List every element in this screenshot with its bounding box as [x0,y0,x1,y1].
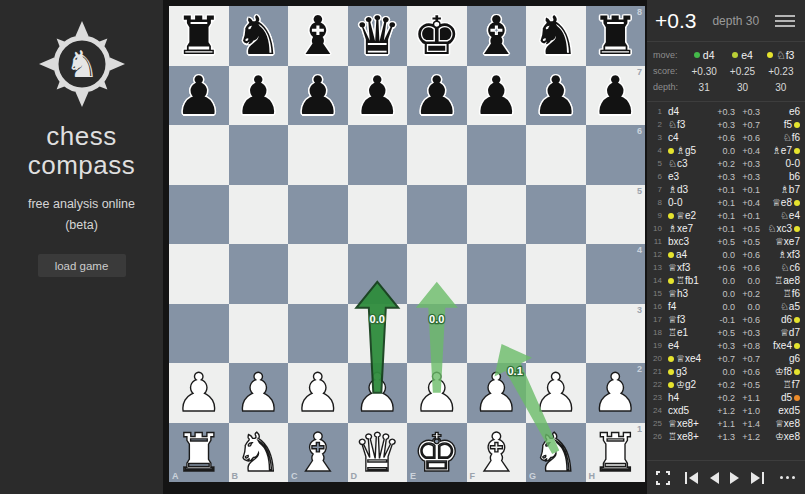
white-bishop-piece[interactable]: ♝ [294,426,342,479]
square-h8[interactable]: ♜8 [586,6,646,66]
white-move[interactable]: ♖e1 [664,327,710,338]
square-c8[interactable]: ♝ [288,6,348,66]
candidate-depth-3: 30 [762,82,800,93]
square-e2[interactable]: ♟ [407,363,467,423]
black-rook-piece[interactable]: ♜ [591,9,639,62]
square-e3[interactable] [407,304,467,364]
white-move[interactable]: cxd5 [664,405,710,416]
square-f1[interactable]: ♝F [467,423,527,483]
white-move[interactable]: ♕xe8+ [664,418,710,429]
move-row-14: 14♖fb10.00.0♖ae8 [652,274,800,287]
sidebar: ♞ chess compass free analysis online (be… [0,0,163,494]
white-move[interactable]: ♗xe7 [664,223,710,234]
rank-label: 6 [637,126,642,136]
skip-to-end-button[interactable] [751,472,764,484]
eval-dot-icon [668,252,674,258]
eval-black: +0.6 [735,315,760,325]
white-move[interactable]: bxc3 [664,236,710,247]
move-number: 2 [652,120,664,129]
chess-board[interactable]: ♜♞♝♛♚♝♞♜8♟♟♟♟♟♟♟♟76543♟♟♟♟♟♟♟♟2♜A♞B♝C♛D♚… [169,6,645,482]
square-h6[interactable]: 6 [586,125,646,185]
white-pawn-piece[interactable]: ♟ [532,366,580,419]
move-row-8: 80-0+0.1+0.4♕e8 [652,196,800,209]
square-d3[interactable] [348,304,408,364]
eval-black: +0.7 [735,354,760,364]
load-game-button[interactable]: load game [38,254,126,277]
move-number: 25 [652,419,664,428]
eval-dot-icon [794,343,800,349]
square-g1[interactable]: ♞G [526,423,586,483]
square-h7[interactable]: ♟7 [586,66,646,126]
candidate-move-2[interactable]: e4 [723,49,761,61]
white-move[interactable]: e4 [664,340,710,351]
move-row-20: 20♕xe4+0.7+0.7g6 [652,352,800,365]
square-c4[interactable] [288,244,348,304]
square-d5[interactable] [348,185,408,245]
white-move[interactable]: g3 [664,366,710,377]
black-knight-piece[interactable]: ♞ [532,9,580,62]
square-b2[interactable]: ♟ [229,363,289,423]
black-move[interactable]: ♖f7 [760,379,800,390]
move-row-18: 18♖e1+0.5+0.3♕d7 [652,326,800,339]
black-rook-piece[interactable]: ♜ [175,9,223,62]
move-number: 13 [652,263,664,272]
eval-dot-icon [794,226,800,232]
square-c7[interactable]: ♟ [288,66,348,126]
eval-black: +1.2 [735,432,760,442]
white-move[interactable]: ♘c3 [664,158,710,169]
white-move[interactable]: d4 [664,106,710,117]
eval-white: +0.1 [710,211,735,221]
compass-knight-logo-icon: ♞ [34,16,130,112]
eval-dot-icon [694,52,700,58]
square-d6[interactable] [348,125,408,185]
white-move[interactable]: ♘f3 [664,119,710,130]
black-move[interactable]: d5 [760,392,800,403]
move-number: 17 [652,315,664,324]
square-b5[interactable] [229,185,289,245]
eval-black: +0.8 [735,341,760,351]
white-move[interactable]: ♕f3 [664,314,710,325]
eval-dot-icon [794,122,800,128]
fullscreen-button[interactable] [656,471,670,485]
eval-dot-icon [794,148,800,154]
black-move[interactable]: ♔f8 [760,366,800,377]
eval-black: +0.1 [735,211,760,221]
eval-white: +1.1 [710,419,735,429]
square-f2[interactable]: ♟ [467,363,527,423]
move-row-21: 21g30.0+0.6♔f8 [652,365,800,378]
candidate-depth-1: 31 [685,82,723,93]
square-a6[interactable] [169,125,229,185]
eval-dot-icon [668,148,674,154]
black-move[interactable]: exd5 [760,405,800,416]
square-b1[interactable]: ♞B [229,423,289,483]
eval-dot-icon [668,213,674,219]
eval-black: +0.1 [735,185,760,195]
square-c2[interactable]: ♟ [288,363,348,423]
move-list[interactable]: 1d4+0.3+0.3e62♘f3+0.3+0.7f53c4+0.6+0.6♘f… [647,102,805,460]
eval-white: -0.1 [710,315,735,325]
square-b8[interactable]: ♞ [229,6,289,66]
eval-white: +0.2 [710,159,735,169]
black-move[interactable]: d6 [760,314,800,325]
candidate-row-move: move:d4e4♘f3 [653,47,800,63]
move-number: 14 [652,276,664,285]
black-move[interactable]: ♔xe8 [760,431,800,442]
candidate-score-1: +0.30 [685,66,723,77]
square-c1[interactable]: ♝C [288,423,348,483]
black-pawn-piece[interactable]: ♟ [234,69,282,122]
black-pawn-piece[interactable]: ♟ [413,69,461,122]
depth-label: depth 30 [696,14,775,28]
eval-black: +1.4 [735,419,760,429]
move-number: 26 [652,432,664,441]
move-number: 24 [652,406,664,415]
square-e4[interactable] [407,244,467,304]
square-f5[interactable] [467,185,527,245]
white-move[interactable]: ♗g5 [664,145,710,156]
eval-black: 0.0 [735,276,760,286]
square-c6[interactable] [288,125,348,185]
black-bishop-piece[interactable]: ♝ [472,9,520,62]
white-pawn-piece[interactable]: ♟ [591,366,639,419]
white-queen-piece[interactable]: ♛ [353,426,401,479]
square-h1[interactable]: ♜H1 [586,423,646,483]
white-pawn-piece[interactable]: ♟ [294,366,342,419]
move-row-23: 23h4+0.2+1.1d5 [652,391,800,404]
move-row-24: 24cxd5+1.2+1.0exd5 [652,404,800,417]
square-g6[interactable] [526,125,586,185]
eval-black: +0.6 [735,263,760,273]
move-row-19: 19e4+0.3+0.8fxe4 [652,339,800,352]
square-h3[interactable]: 3 [586,304,646,364]
playback-controls [647,460,805,494]
square-d4[interactable] [348,244,408,304]
eval-white: +0.6 [710,133,735,143]
square-f6[interactable] [467,125,527,185]
more-options-button[interactable] [778,476,796,479]
white-move[interactable]: ♕xf3 [664,262,710,273]
rank-label: 5 [637,186,642,196]
move-row-5: 5♘c3+0.2+0.30-0 [652,157,800,170]
square-e1[interactable]: ♚E [407,423,467,483]
eval-white: +0.5 [710,328,735,338]
black-move[interactable]: ♗b7 [760,184,800,195]
white-pawn-piece[interactable]: ♟ [234,366,282,419]
black-move[interactable]: ♗e7 [760,145,800,156]
black-king-piece[interactable]: ♚ [413,9,461,62]
white-pawn-piece[interactable]: ♟ [175,366,223,419]
eval-black: +0.7 [735,120,760,130]
candidate-score-2: +0.25 [723,66,761,77]
black-move[interactable]: ♘a5 [760,301,800,312]
square-g2[interactable]: ♟ [526,363,586,423]
square-e5[interactable] [407,185,467,245]
nav-buttons [685,472,764,484]
square-e6[interactable] [407,125,467,185]
square-a8[interactable]: ♜ [169,6,229,66]
square-g4[interactable] [526,244,586,304]
square-b7[interactable]: ♟ [229,66,289,126]
black-move[interactable]: ♘xc3 [760,223,800,234]
eval-dot-icon [794,200,800,206]
square-g8[interactable]: ♞ [526,6,586,66]
square-f4[interactable] [467,244,527,304]
square-h2[interactable]: ♟2 [586,363,646,423]
move-row-1: 1d4+0.3+0.3e6 [652,105,800,118]
square-d1[interactable]: ♛D [348,423,408,483]
square-c3[interactable] [288,304,348,364]
white-move[interactable]: 0-0 [664,197,710,208]
square-a3[interactable] [169,304,229,364]
square-f3[interactable] [467,304,527,364]
white-rook-piece[interactable]: ♜ [175,426,223,479]
move-number: 21 [652,367,664,376]
square-b3[interactable] [229,304,289,364]
eval-black: +0.5 [735,224,760,234]
eval-black: +0.6 [735,133,760,143]
eval-black: +0.5 [735,380,760,390]
square-a5[interactable] [169,185,229,245]
square-b6[interactable] [229,125,289,185]
tagline: free analysis online [28,197,135,211]
move-number: 22 [652,380,664,389]
square-c5[interactable] [288,185,348,245]
black-pawn-piece[interactable]: ♟ [294,69,342,122]
eval-white: 0.0 [710,250,735,260]
white-bishop-piece[interactable]: ♝ [472,426,520,479]
square-e8[interactable]: ♚ [407,6,467,66]
move-number: 10 [652,224,664,233]
move-number: 9 [652,211,664,220]
black-move[interactable]: ♘e4 [760,210,800,221]
square-a2[interactable]: ♟ [169,363,229,423]
black-pawn-piece[interactable]: ♟ [353,69,401,122]
move-number: 15 [652,289,664,298]
move-row-16: 16f40.00.0♘a5 [652,300,800,313]
eval-black: 0.0 [735,302,760,312]
move-row-13: 13♕xf3+0.6+0.6♘c6 [652,261,800,274]
white-rook-piece[interactable]: ♜ [591,426,639,479]
eval-dot-icon [668,382,674,388]
move-row-6: 6e3+0.3+0.3b6 [652,170,800,183]
candidate-row-score: score:+0.30+0.25+0.23 [653,63,800,79]
square-d7[interactable]: ♟ [348,66,408,126]
skip-to-start-button[interactable] [685,472,698,484]
square-h5[interactable]: 5 [586,185,646,245]
menu-icon[interactable] [775,12,795,30]
black-move[interactable]: f5 [760,119,800,130]
move-number: 6 [652,172,664,181]
move-row-17: 17♕f3-0.1+0.6d6 [652,313,800,326]
black-knight-piece[interactable]: ♞ [234,9,282,62]
candidate-depth-2: 30 [723,82,761,93]
white-move[interactable]: ♖fb1 [664,275,710,286]
previous-move-button[interactable] [709,472,719,484]
eval-black: +0.4 [735,146,760,156]
white-move[interactable]: ♗d3 [664,184,710,195]
black-move[interactable]: fxe4 [760,340,800,351]
move-number: 8 [652,198,664,207]
black-queen-piece[interactable]: ♛ [353,9,401,62]
black-pawn-piece[interactable]: ♟ [472,69,520,122]
square-d2[interactable]: ♟ [348,363,408,423]
move-number: 11 [652,237,664,246]
move-row-4: 4♗g50.0+0.4♗e7 [652,144,800,157]
white-pawn-piece[interactable]: ♟ [353,366,401,419]
eval-black: +0.6 [735,250,760,260]
move-row-12: 12a40.0+0.6♗xf3 [652,248,800,261]
square-g7[interactable]: ♟ [526,66,586,126]
black-move[interactable]: ♘c6 [760,262,800,273]
move-row-26: 26♖xe8++1.3+1.2♔xe8 [652,430,800,443]
move-row-25: 25♕xe8++1.1+1.4♕xe8 [652,417,800,430]
black-move[interactable]: ♖ae8 [760,275,800,286]
move-number: 4 [652,146,664,155]
eval-white: +0.3 [710,120,735,130]
eval-dot-icon [732,52,738,58]
black-move[interactable]: e6 [760,106,800,117]
white-move[interactable]: c4 [664,132,710,143]
black-move[interactable]: ♗xf3 [760,249,800,260]
eval-white: +0.1 [710,198,735,208]
move-row-9: 9♕e2+0.1+0.1♘e4 [652,209,800,222]
candidate-row-depth: depth:313030 [653,79,800,95]
candidate-row-label: depth: [653,82,685,92]
eval-white: +0.2 [710,380,735,390]
eval-white: +0.1 [710,224,735,234]
move-row-11: 11bxc3+0.5+0.5♕xe7 [652,235,800,248]
black-move[interactable]: ♕e8 [760,197,800,208]
eval-dot-icon [794,317,800,323]
eval-black: +0.3 [735,107,760,117]
white-move[interactable]: a4 [664,249,710,260]
white-pawn-piece[interactable]: ♟ [413,366,461,419]
black-move[interactable]: g6 [760,353,800,364]
rank-label: 3 [637,305,642,315]
eval-white: 0.0 [710,367,735,377]
next-move-button[interactable] [730,472,740,484]
eval-dot-icon [668,356,674,362]
square-f7[interactable]: ♟ [467,66,527,126]
move-row-3: 3c4+0.6+0.6♘f6 [652,131,800,144]
rank-label: 4 [637,245,642,255]
board-area: ♜♞♝♛♚♝♞♜8♟♟♟♟♟♟♟♟76543♟♟♟♟♟♟♟♟2♜A♞B♝C♛D♚… [163,0,647,494]
move-row-22: 22♔g2+0.2+0.5♖f7 [652,378,800,391]
black-move[interactable]: b6 [760,171,800,182]
eval-black: +0.3 [735,328,760,338]
eval-white: +0.1 [710,185,735,195]
black-move[interactable]: 0-0 [760,158,800,169]
svg-text:♞: ♞ [65,43,98,86]
black-move[interactable]: ♕xe7 [760,236,800,247]
move-number: 19 [652,341,664,350]
eval-black: +1.0 [735,406,760,416]
white-move[interactable]: ♕h3 [664,288,710,299]
eval-white: 0.0 [710,289,735,299]
evaluation-value: +0.3 [655,9,696,33]
move-number: 12 [652,250,664,259]
move-row-15: 15♕h30.0+0.2♖f6 [652,287,800,300]
panel-header: +0.3 depth 30 [647,0,805,42]
black-move[interactable]: ♕xe8 [760,418,800,429]
eval-dot-icon [668,278,674,284]
white-move[interactable]: ♕xe4 [664,353,710,364]
move-row-2: 2♘f3+0.3+0.7f5 [652,118,800,131]
square-f8[interactable]: ♝ [467,6,527,66]
move-number: 20 [652,354,664,363]
black-bishop-piece[interactable]: ♝ [294,9,342,62]
square-a4[interactable] [169,244,229,304]
eval-white: +0.7 [710,354,735,364]
eval-black: +0.3 [735,159,760,169]
move-number: 16 [652,302,664,311]
app-title: chess compass [28,122,136,180]
square-a7[interactable]: ♟ [169,66,229,126]
white-move[interactable]: ♔g2 [664,379,710,390]
move-row-7: 7♗d3+0.1+0.1♗b7 [652,183,800,196]
eval-white: +0.3 [710,172,735,182]
square-h4[interactable]: 4 [586,244,646,304]
square-e7[interactable]: ♟ [407,66,467,126]
square-b4[interactable] [229,244,289,304]
eval-white: +1.3 [710,432,735,442]
eval-white: +0.3 [710,341,735,351]
move-number: 23 [652,393,664,402]
beta-label: (beta) [65,218,98,232]
square-g5[interactable] [526,185,586,245]
black-pawn-piece[interactable]: ♟ [591,69,639,122]
black-move[interactable]: ♕d7 [760,327,800,338]
candidate-move-3[interactable]: ♘f3 [762,49,800,61]
white-move[interactable]: e3 [664,171,710,182]
eval-black: +0.6 [735,367,760,377]
eval-black: +1.1 [735,393,760,403]
white-king-piece[interactable]: ♚ [413,426,461,479]
eval-dot-icon [668,369,674,375]
square-d8[interactable]: ♛ [348,6,408,66]
move-number: 18 [652,328,664,337]
eval-white: +0.2 [710,393,735,403]
white-move[interactable]: ♕e2 [664,210,710,221]
white-move[interactable]: h4 [664,392,710,403]
eval-dot-icon [767,52,773,58]
eval-dot-icon [794,369,800,375]
eval-black: +0.4 [735,198,760,208]
candidate-move-1[interactable]: d4 [685,49,723,61]
eval-black: +0.2 [735,289,760,299]
candidate-row-label: move: [653,50,685,60]
eval-white: 0.0 [710,302,735,312]
move-row-10: 10♗xe7+0.1+0.5♘xc3 [652,222,800,235]
white-move[interactable]: f4 [664,301,710,312]
square-a1[interactable]: ♜A [169,423,229,483]
black-pawn-piece[interactable]: ♟ [175,69,223,122]
white-pawn-piece[interactable]: ♟ [472,366,520,419]
chess-compass-app: ♞ chess compass free analysis online (be… [0,0,805,494]
white-knight-piece[interactable]: ♞ [532,426,580,479]
black-move[interactable]: ♘f6 [760,132,800,143]
eval-white: +0.3 [710,107,735,117]
white-move[interactable]: ♖xe8+ [664,431,710,442]
black-move[interactable]: ♖f6 [760,288,800,299]
black-pawn-piece[interactable]: ♟ [532,69,580,122]
white-knight-piece[interactable]: ♞ [234,426,282,479]
move-number: 5 [652,159,664,168]
eval-white: 0.0 [710,146,735,156]
square-g3[interactable] [526,304,586,364]
